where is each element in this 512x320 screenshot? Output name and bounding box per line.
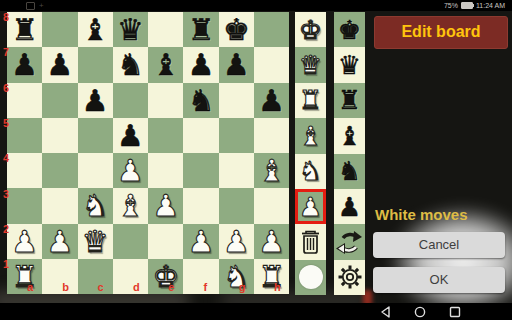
white-pawn: ♟ xyxy=(183,224,218,259)
white-king-icon: ♚ xyxy=(299,15,322,45)
square-b8[interactable] xyxy=(42,12,77,47)
square-g7[interactable]: ♟ xyxy=(219,47,254,82)
square-d3[interactable]: ♝ xyxy=(113,188,148,223)
palette-white-king[interactable]: ♚ xyxy=(295,12,326,47)
square-g6[interactable] xyxy=(219,83,254,118)
battery-icon xyxy=(461,2,473,9)
black-rook-icon: ♜ xyxy=(338,85,361,115)
square-h2[interactable]: ♟ xyxy=(254,224,289,259)
black-bishop-icon: ♝ xyxy=(338,121,361,151)
square-h5[interactable] xyxy=(254,118,289,153)
back-icon[interactable] xyxy=(380,306,392,318)
black-pawn-icon: ♟ xyxy=(338,192,361,222)
white-pawn: ♟ xyxy=(113,153,148,188)
square-a6[interactable] xyxy=(7,83,42,118)
chess-board: ♜♝♛♜♚♟♟♞♝♟♟♟♞♟♟♟♝♞♝♟♟♟♛♟♟♟♜♚♞♜87654321ab… xyxy=(7,12,289,294)
black-pawn: ♟ xyxy=(183,47,218,82)
square-c3[interactable]: ♞ xyxy=(78,188,113,223)
square-h8[interactable] xyxy=(254,12,289,47)
square-b3[interactable] xyxy=(42,188,77,223)
square-e4[interactable] xyxy=(148,153,183,188)
palette-black-queen[interactable]: ♛ xyxy=(334,47,365,82)
square-b4[interactable] xyxy=(42,153,77,188)
square-f7[interactable]: ♟ xyxy=(183,47,218,82)
palette-side-to-move-white-tool[interactable] xyxy=(295,260,326,295)
cancel-button[interactable]: Cancel xyxy=(373,232,505,258)
square-a1[interactable]: ♜ xyxy=(7,259,42,294)
square-f4[interactable] xyxy=(183,153,218,188)
square-f2[interactable]: ♟ xyxy=(183,224,218,259)
android-nav-bar xyxy=(0,303,512,320)
square-e6[interactable] xyxy=(148,83,183,118)
white-queen: ♛ xyxy=(78,224,113,259)
square-f8[interactable]: ♜ xyxy=(183,12,218,47)
black-king: ♚ xyxy=(219,12,254,47)
square-d1[interactable] xyxy=(113,259,148,294)
square-e2[interactable] xyxy=(148,224,183,259)
square-c2[interactable]: ♛ xyxy=(78,224,113,259)
notification-icons: + xyxy=(26,2,44,10)
white-rook: ♜ xyxy=(7,259,42,294)
square-d4[interactable]: ♟ xyxy=(113,153,148,188)
black-bishop: ♝ xyxy=(78,12,113,47)
palette-black-rook[interactable]: ♜ xyxy=(334,83,365,118)
square-b5[interactable] xyxy=(42,118,77,153)
screenshot-icon xyxy=(26,2,35,10)
clock: 11:24 AM xyxy=(476,1,505,10)
black-knight-icon: ♞ xyxy=(338,156,361,186)
square-a8[interactable]: ♜ xyxy=(7,12,42,47)
palette-white-rook[interactable]: ♜ xyxy=(295,83,326,118)
black-pawn: ♟ xyxy=(42,47,77,82)
black-pawn: ♟ xyxy=(7,47,42,82)
palette-black-pawn[interactable]: ♟ xyxy=(334,189,365,224)
square-a5[interactable] xyxy=(7,118,42,153)
palette-delete-piece-tool[interactable] xyxy=(295,224,326,259)
square-d5[interactable]: ♟ xyxy=(113,118,148,153)
white-bishop: ♝ xyxy=(254,153,289,188)
square-c1[interactable] xyxy=(78,259,113,294)
square-b7[interactable]: ♟ xyxy=(42,47,77,82)
square-c6[interactable]: ♟ xyxy=(78,83,113,118)
side-to-move-label: White moves xyxy=(375,206,468,223)
square-a7[interactable]: ♟ xyxy=(7,47,42,82)
square-d2[interactable] xyxy=(113,224,148,259)
white-knight: ♞ xyxy=(78,188,113,223)
palette-settings-tool[interactable] xyxy=(334,260,365,295)
white-pawn: ♟ xyxy=(148,188,183,223)
palette-black-knight[interactable]: ♞ xyxy=(334,154,365,189)
white-pawn-icon: ♟ xyxy=(299,192,322,222)
black-rook: ♜ xyxy=(7,12,42,47)
black-queen: ♛ xyxy=(113,12,148,47)
square-f1[interactable] xyxy=(183,259,218,294)
palette-black-king[interactable]: ♚ xyxy=(334,12,365,47)
app-screen: + 75% 11:24 AM ♜♝♛♜♚♟♟♞♝♟♟♟♞♟♟♟♝♞♝♟♟♟♛♟♟… xyxy=(0,0,512,320)
black-pawn: ♟ xyxy=(219,47,254,82)
black-knight: ♞ xyxy=(183,83,218,118)
black-pawn: ♟ xyxy=(113,118,148,153)
square-d7[interactable]: ♞ xyxy=(113,47,148,82)
square-h7[interactable] xyxy=(254,47,289,82)
square-a4[interactable] xyxy=(7,153,42,188)
square-b2[interactable]: ♟ xyxy=(42,224,77,259)
black-bishop: ♝ xyxy=(148,47,183,82)
square-f6[interactable]: ♞ xyxy=(183,83,218,118)
piece-palette: ♚♛♜♝♞♟ ♚♛♜♝♞♟ xyxy=(295,12,365,295)
square-b1[interactable] xyxy=(42,259,77,294)
palette-swap-colors-tool[interactable] xyxy=(334,224,365,259)
white-rook-icon: ♜ xyxy=(299,85,322,115)
status-right: 75% 11:24 AM xyxy=(444,1,505,10)
square-h6[interactable]: ♟ xyxy=(254,83,289,118)
palette-white-queen[interactable]: ♛ xyxy=(295,47,326,82)
white-pawn: ♟ xyxy=(7,224,42,259)
white-knight: ♞ xyxy=(219,259,254,294)
square-b6[interactable] xyxy=(42,83,77,118)
recents-icon[interactable] xyxy=(449,306,461,318)
white-bishop: ♝ xyxy=(113,188,148,223)
black-rook: ♜ xyxy=(183,12,218,47)
white-pawn: ♟ xyxy=(254,224,289,259)
palette-black-bishop[interactable]: ♝ xyxy=(334,118,365,153)
square-d6[interactable] xyxy=(113,83,148,118)
square-e7[interactable]: ♝ xyxy=(148,47,183,82)
battery-percent: 75% xyxy=(444,1,458,10)
square-c8[interactable]: ♝ xyxy=(78,12,113,47)
square-g5[interactable] xyxy=(219,118,254,153)
square-g4[interactable] xyxy=(219,153,254,188)
edit-board-button[interactable]: Edit board xyxy=(374,16,508,49)
palette-white-bishop[interactable]: ♝ xyxy=(295,118,326,153)
black-knight: ♞ xyxy=(113,47,148,82)
white-pawn: ♟ xyxy=(42,224,77,259)
white-pawn: ♟ xyxy=(219,224,254,259)
square-f5[interactable] xyxy=(183,118,218,153)
square-d8[interactable]: ♛ xyxy=(113,12,148,47)
square-c7[interactable] xyxy=(78,47,113,82)
ok-button[interactable]: OK xyxy=(373,267,505,293)
white-queen-icon: ♛ xyxy=(299,50,322,80)
square-h3[interactable] xyxy=(254,188,289,223)
square-g1[interactable]: ♞ xyxy=(219,259,254,294)
square-h1[interactable]: ♜ xyxy=(254,259,289,294)
black-queen-icon: ♛ xyxy=(338,50,361,80)
black-pawn: ♟ xyxy=(254,83,289,118)
palette-white-knight[interactable]: ♞ xyxy=(295,154,326,189)
white-bishop-icon: ♝ xyxy=(299,121,322,151)
square-e3[interactable]: ♟ xyxy=(148,188,183,223)
square-g8[interactable]: ♚ xyxy=(219,12,254,47)
white-knight-icon: ♞ xyxy=(299,156,322,186)
status-bar: + 75% 11:24 AM xyxy=(0,0,512,11)
square-e1[interactable]: ♚ xyxy=(148,259,183,294)
palette-white-pawn[interactable]: ♟ xyxy=(295,189,326,224)
square-g3[interactable] xyxy=(219,188,254,223)
home-icon[interactable] xyxy=(414,306,426,318)
square-h4[interactable]: ♝ xyxy=(254,153,289,188)
black-king-icon: ♚ xyxy=(338,15,361,45)
square-a2[interactable]: ♟ xyxy=(7,224,42,259)
white-king: ♚ xyxy=(148,259,183,294)
square-f3[interactable] xyxy=(183,188,218,223)
square-e5[interactable] xyxy=(148,118,183,153)
square-c4[interactable] xyxy=(78,153,113,188)
plus-icon: + xyxy=(39,3,44,9)
square-a3[interactable] xyxy=(7,188,42,223)
white-rook: ♜ xyxy=(254,259,289,294)
square-c5[interactable] xyxy=(78,118,113,153)
black-pawn: ♟ xyxy=(78,83,113,118)
square-g2[interactable]: ♟ xyxy=(219,224,254,259)
square-e8[interactable] xyxy=(148,12,183,47)
